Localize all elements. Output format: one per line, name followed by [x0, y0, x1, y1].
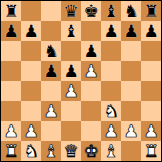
square-c4[interactable]	[41, 81, 61, 101]
square-f1[interactable]: ♝	[101, 141, 121, 161]
black-king-icon[interactable]: ♚	[81, 1, 101, 21]
square-d2[interactable]	[61, 121, 81, 141]
square-g7[interactable]: ♟	[121, 21, 141, 41]
square-d8[interactable]: ♛	[61, 1, 81, 21]
square-f7[interactable]: ♟	[101, 21, 121, 41]
white-rook-icon[interactable]: ♜	[141, 141, 161, 161]
black-pawn-icon[interactable]: ♟	[21, 21, 41, 41]
square-b1[interactable]: ♞	[21, 141, 41, 161]
white-knight-icon[interactable]: ♞	[21, 141, 41, 161]
square-a3[interactable]	[1, 101, 21, 121]
white-pawn-icon[interactable]: ♟	[61, 81, 81, 101]
square-a2[interactable]: ♟	[1, 121, 21, 141]
black-pawn-icon[interactable]: ♟	[81, 41, 101, 61]
square-c6[interactable]: ♞	[41, 41, 61, 61]
white-pawn-icon[interactable]: ♟	[141, 121, 161, 141]
white-bishop-icon[interactable]: ♝	[41, 141, 61, 161]
square-a5[interactable]	[1, 61, 21, 81]
black-knight-icon[interactable]: ♞	[121, 1, 141, 21]
square-e4[interactable]	[81, 81, 101, 101]
square-d3[interactable]	[61, 101, 81, 121]
white-pawn-icon[interactable]: ♟	[101, 121, 121, 141]
square-f3[interactable]: ♞	[101, 101, 121, 121]
square-g4[interactable]	[121, 81, 141, 101]
square-e6[interactable]: ♟	[81, 41, 101, 61]
square-d4[interactable]: ♟	[61, 81, 81, 101]
black-pawn-icon[interactable]: ♟	[61, 61, 81, 81]
square-c1[interactable]: ♝	[41, 141, 61, 161]
white-rook-icon[interactable]: ♜	[1, 141, 21, 161]
square-e8[interactable]: ♚	[81, 1, 101, 21]
square-b5[interactable]	[21, 61, 41, 81]
square-h5[interactable]	[141, 61, 161, 81]
black-queen-icon[interactable]: ♛	[61, 1, 81, 21]
chess-board: ♜♛♚♝♞♜♟♟♝♟♟♟♞♟♟♟♟♟♟♞♟♟♟♟♟♜♞♝♛♚♝♜	[0, 0, 162, 162]
square-g5[interactable]	[121, 61, 141, 81]
black-bishop-icon[interactable]: ♝	[101, 1, 121, 21]
square-g2[interactable]: ♟	[121, 121, 141, 141]
white-pawn-icon[interactable]: ♟	[21, 121, 41, 141]
square-a1[interactable]: ♜	[1, 141, 21, 161]
square-e7[interactable]	[81, 21, 101, 41]
square-a7[interactable]: ♟	[1, 21, 21, 41]
white-knight-icon[interactable]: ♞	[101, 101, 121, 121]
square-b2[interactable]: ♟	[21, 121, 41, 141]
square-e2[interactable]	[81, 121, 101, 141]
white-pawn-icon[interactable]: ♟	[81, 61, 101, 81]
square-b7[interactable]: ♟	[21, 21, 41, 41]
square-e1[interactable]: ♚	[81, 141, 101, 161]
white-queen-icon[interactable]: ♛	[61, 141, 81, 161]
black-pawn-icon[interactable]: ♟	[41, 61, 61, 81]
square-f5[interactable]	[101, 61, 121, 81]
square-a4[interactable]	[1, 81, 21, 101]
square-b6[interactable]	[21, 41, 41, 61]
square-f4[interactable]	[101, 81, 121, 101]
square-h7[interactable]: ♟	[141, 21, 161, 41]
square-g6[interactable]	[121, 41, 141, 61]
square-e5[interactable]: ♟	[81, 61, 101, 81]
square-c5[interactable]: ♟	[41, 61, 61, 81]
white-pawn-icon[interactable]: ♟	[41, 101, 61, 121]
square-f2[interactable]: ♟	[101, 121, 121, 141]
square-e3[interactable]	[81, 101, 101, 121]
square-d6[interactable]	[61, 41, 81, 61]
square-c2[interactable]	[41, 121, 61, 141]
square-f6[interactable]	[101, 41, 121, 61]
square-a6[interactable]	[1, 41, 21, 61]
square-h2[interactable]: ♟	[141, 121, 161, 141]
square-g8[interactable]: ♞	[121, 1, 141, 21]
black-rook-icon[interactable]: ♜	[1, 1, 21, 21]
square-h6[interactable]	[141, 41, 161, 61]
square-f8[interactable]: ♝	[101, 1, 121, 21]
square-h4[interactable]	[141, 81, 161, 101]
white-bishop-icon[interactable]: ♝	[101, 141, 121, 161]
square-b8[interactable]	[21, 1, 41, 21]
square-g1[interactable]	[121, 141, 141, 161]
square-b4[interactable]	[21, 81, 41, 101]
black-knight-icon[interactable]: ♞	[41, 41, 61, 61]
square-d7[interactable]: ♝	[61, 21, 81, 41]
black-pawn-icon[interactable]: ♟	[141, 21, 161, 41]
white-pawn-icon[interactable]: ♟	[1, 121, 21, 141]
square-g3[interactable]	[121, 101, 141, 121]
black-pawn-icon[interactable]: ♟	[101, 21, 121, 41]
square-c3[interactable]: ♟	[41, 101, 61, 121]
square-c7[interactable]	[41, 21, 61, 41]
square-d1[interactable]: ♛	[61, 141, 81, 161]
black-pawn-icon[interactable]: ♟	[121, 21, 141, 41]
square-h8[interactable]: ♜	[141, 1, 161, 21]
white-king-icon[interactable]: ♚	[81, 141, 101, 161]
black-bishop-icon[interactable]: ♝	[61, 21, 81, 41]
square-h1[interactable]: ♜	[141, 141, 161, 161]
black-rook-icon[interactable]: ♜	[141, 1, 161, 21]
square-a8[interactable]: ♜	[1, 1, 21, 21]
square-b3[interactable]	[21, 101, 41, 121]
square-d5[interactable]: ♟	[61, 61, 81, 81]
square-h3[interactable]	[141, 101, 161, 121]
white-pawn-icon[interactable]: ♟	[121, 121, 141, 141]
square-c8[interactable]	[41, 1, 61, 21]
black-pawn-icon[interactable]: ♟	[1, 21, 21, 41]
